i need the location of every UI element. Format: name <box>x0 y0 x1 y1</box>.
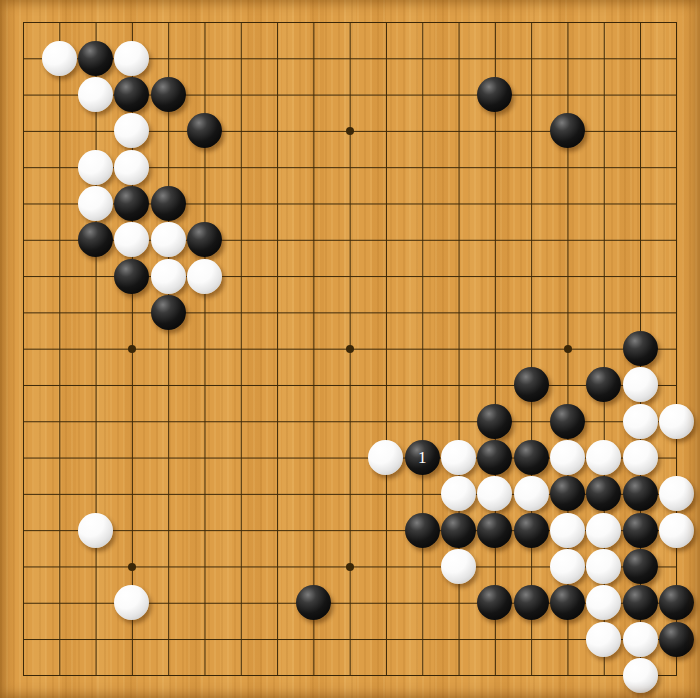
black-stone[interactable] <box>296 585 331 620</box>
black-stone[interactable] <box>514 513 549 548</box>
white-stone[interactable] <box>114 150 149 185</box>
white-stone[interactable] <box>42 41 77 76</box>
move-number-label: 1 <box>405 440 440 475</box>
black-stone[interactable] <box>550 476 585 511</box>
black-stone[interactable] <box>477 404 512 439</box>
black-stone[interactable] <box>114 186 149 221</box>
black-stone[interactable] <box>659 585 694 620</box>
black-stone[interactable] <box>514 585 549 620</box>
white-stone[interactable] <box>514 476 549 511</box>
white-stone[interactable] <box>550 440 585 475</box>
white-stone[interactable] <box>623 658 658 693</box>
black-stone[interactable] <box>477 440 512 475</box>
white-stone[interactable] <box>114 41 149 76</box>
black-stone[interactable] <box>187 222 222 257</box>
white-stone[interactable] <box>586 585 621 620</box>
black-stone[interactable] <box>151 186 186 221</box>
black-stone[interactable] <box>441 513 476 548</box>
white-stone[interactable] <box>441 440 476 475</box>
black-stone[interactable] <box>477 77 512 112</box>
white-stone[interactable] <box>441 476 476 511</box>
black-stone[interactable] <box>586 367 621 402</box>
black-stone[interactable] <box>623 549 658 584</box>
black-stone[interactable] <box>477 585 512 620</box>
white-stone[interactable] <box>586 622 621 657</box>
white-stone[interactable] <box>151 259 186 294</box>
white-stone[interactable] <box>114 585 149 620</box>
white-stone[interactable] <box>114 113 149 148</box>
white-stone[interactable] <box>550 549 585 584</box>
black-stone[interactable] <box>78 41 113 76</box>
white-stone[interactable] <box>477 476 512 511</box>
black-stone[interactable] <box>151 77 186 112</box>
white-stone[interactable] <box>586 513 621 548</box>
white-stone[interactable] <box>659 476 694 511</box>
black-stone[interactable] <box>623 476 658 511</box>
black-stone[interactable] <box>623 585 658 620</box>
white-stone[interactable] <box>659 513 694 548</box>
black-stone[interactable] <box>586 476 621 511</box>
go-board[interactable]: 1 <box>0 0 700 698</box>
stone-layer[interactable]: 1 <box>5 4 695 694</box>
white-stone[interactable] <box>187 259 222 294</box>
white-stone[interactable] <box>441 549 476 584</box>
white-stone[interactable] <box>151 222 186 257</box>
white-stone[interactable] <box>659 404 694 439</box>
black-stone[interactable] <box>550 113 585 148</box>
black-stone[interactable] <box>623 331 658 366</box>
black-stone[interactable] <box>623 513 658 548</box>
white-stone[interactable] <box>78 150 113 185</box>
black-stone[interactable] <box>78 222 113 257</box>
black-stone[interactable] <box>114 259 149 294</box>
white-stone[interactable] <box>78 77 113 112</box>
white-stone[interactable] <box>623 622 658 657</box>
white-stone[interactable] <box>550 513 585 548</box>
black-stone[interactable] <box>187 113 222 148</box>
black-stone[interactable] <box>550 585 585 620</box>
black-stone[interactable] <box>514 367 549 402</box>
white-stone[interactable] <box>78 186 113 221</box>
white-stone[interactable] <box>78 513 113 548</box>
black-stone[interactable] <box>550 404 585 439</box>
white-stone[interactable] <box>623 440 658 475</box>
black-stone[interactable] <box>514 440 549 475</box>
white-stone[interactable] <box>623 367 658 402</box>
black-stone[interactable] <box>659 622 694 657</box>
black-stone[interactable] <box>405 513 440 548</box>
white-stone[interactable] <box>114 222 149 257</box>
black-stone[interactable] <box>477 513 512 548</box>
black-stone[interactable]: 1 <box>405 440 440 475</box>
white-stone[interactable] <box>368 440 403 475</box>
black-stone[interactable] <box>151 295 186 330</box>
white-stone[interactable] <box>586 440 621 475</box>
black-stone[interactable] <box>114 77 149 112</box>
white-stone[interactable] <box>586 549 621 584</box>
white-stone[interactable] <box>623 404 658 439</box>
